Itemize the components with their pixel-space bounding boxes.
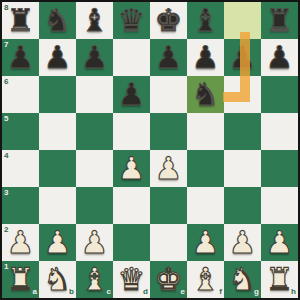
square-c4[interactable]	[76, 150, 113, 187]
white-pawn-d4[interactable]: ♟	[118, 153, 146, 184]
square-a3[interactable]: 3	[2, 187, 39, 224]
square-d5[interactable]	[113, 113, 150, 150]
white-pawn-a2[interactable]: ♟	[7, 227, 35, 258]
square-a8[interactable]: 8♜	[2, 2, 39, 39]
square-e2[interactable]	[150, 224, 187, 261]
file-label-f: f	[219, 288, 222, 296]
black-pawn-f7[interactable]: ♟	[192, 42, 220, 73]
black-pawn-g7[interactable]: ♟	[229, 42, 257, 73]
square-g8[interactable]	[224, 2, 261, 39]
white-pawn-b2[interactable]: ♟	[44, 227, 72, 258]
square-g7[interactable]: ♟	[224, 39, 261, 76]
square-c2[interactable]: ♟	[76, 224, 113, 261]
square-f4[interactable]	[187, 150, 224, 187]
rank-label-5: 5	[4, 115, 8, 123]
black-queen-d8[interactable]: ♛	[118, 5, 146, 36]
square-f2[interactable]: ♟	[187, 224, 224, 261]
black-bishop-c8[interactable]: ♝	[81, 5, 109, 36]
square-d4[interactable]: ♟	[113, 150, 150, 187]
black-rook-a8[interactable]: ♜	[7, 5, 35, 36]
rank-label-3: 3	[4, 189, 8, 197]
square-e4[interactable]: ♟	[150, 150, 187, 187]
white-pawn-f2[interactable]: ♟	[192, 227, 220, 258]
square-f7[interactable]: ♟	[187, 39, 224, 76]
white-bishop-f1[interactable]: ♝	[192, 264, 220, 295]
white-queen-d1[interactable]: ♛	[118, 264, 146, 295]
file-label-b: b	[69, 288, 74, 296]
square-b5[interactable]	[39, 113, 76, 150]
square-a6[interactable]: 6	[2, 76, 39, 113]
square-h2[interactable]: ♟	[261, 224, 298, 261]
square-h8[interactable]: ♜	[261, 2, 298, 39]
white-pawn-g2[interactable]: ♟	[229, 227, 257, 258]
square-g6[interactable]	[224, 76, 261, 113]
square-h5[interactable]	[261, 113, 298, 150]
square-c1[interactable]: c♝	[76, 261, 113, 298]
black-pawn-b7[interactable]: ♟	[44, 42, 72, 73]
square-a1[interactable]: 1a♜	[2, 261, 39, 298]
square-d7[interactable]	[113, 39, 150, 76]
file-label-d: d	[143, 288, 148, 296]
black-rook-h8[interactable]: ♜	[266, 5, 294, 36]
white-bishop-c1[interactable]: ♝	[81, 264, 109, 295]
square-c3[interactable]	[76, 187, 113, 224]
square-c7[interactable]: ♟	[76, 39, 113, 76]
square-a7[interactable]: 7♟	[2, 39, 39, 76]
square-g2[interactable]: ♟	[224, 224, 261, 261]
black-pawn-d6[interactable]: ♟	[118, 79, 146, 110]
square-c5[interactable]	[76, 113, 113, 150]
black-knight-f6[interactable]: ♞	[192, 79, 220, 110]
white-pawn-e4[interactable]: ♟	[155, 153, 183, 184]
square-f6[interactable]: ♞	[187, 76, 224, 113]
square-a2[interactable]: 2♟	[2, 224, 39, 261]
black-bishop-f8[interactable]: ♝	[192, 5, 220, 36]
square-e1[interactable]: e♚	[150, 261, 187, 298]
file-label-h: h	[291, 288, 296, 296]
square-d1[interactable]: d♛	[113, 261, 150, 298]
white-king-e1[interactable]: ♚	[155, 264, 183, 295]
square-b1[interactable]: b♞	[39, 261, 76, 298]
square-e8[interactable]: ♚	[150, 2, 187, 39]
square-b2[interactable]: ♟	[39, 224, 76, 261]
square-a5[interactable]: 5	[2, 113, 39, 150]
chess-board: 8♜♞♝♛♚♝♜7♟♟♟♟♟♟♟6♟♞54♟♟32♟♟♟♟♟♟1a♜b♞c♝d♛…	[0, 0, 300, 300]
square-b8[interactable]: ♞	[39, 2, 76, 39]
white-knight-b1[interactable]: ♞	[44, 264, 72, 295]
square-a4[interactable]: 4	[2, 150, 39, 187]
file-label-c: c	[107, 288, 111, 296]
square-f5[interactable]	[187, 113, 224, 150]
square-f1[interactable]: f♝	[187, 261, 224, 298]
white-pawn-c2[interactable]: ♟	[81, 227, 109, 258]
square-b4[interactable]	[39, 150, 76, 187]
rank-label-7: 7	[4, 41, 8, 49]
square-g1[interactable]: g♞	[224, 261, 261, 298]
square-g4[interactable]	[224, 150, 261, 187]
square-h6[interactable]	[261, 76, 298, 113]
rank-label-1: 1	[4, 263, 8, 271]
rank-label-8: 8	[4, 4, 8, 12]
square-d6[interactable]: ♟	[113, 76, 150, 113]
square-e5[interactable]	[150, 113, 187, 150]
rank-label-2: 2	[4, 226, 8, 234]
black-king-e8[interactable]: ♚	[155, 5, 183, 36]
black-pawn-c7[interactable]: ♟	[81, 42, 109, 73]
square-h3[interactable]	[261, 187, 298, 224]
square-f3[interactable]	[187, 187, 224, 224]
square-e7[interactable]: ♟	[150, 39, 187, 76]
square-f8[interactable]: ♝	[187, 2, 224, 39]
white-pawn-h2[interactable]: ♟	[266, 227, 294, 258]
square-b7[interactable]: ♟	[39, 39, 76, 76]
square-e6[interactable]	[150, 76, 187, 113]
square-b6[interactable]	[39, 76, 76, 113]
white-knight-g1[interactable]: ♞	[229, 264, 257, 295]
rank-label-6: 6	[4, 78, 8, 86]
square-c6[interactable]	[76, 76, 113, 113]
file-label-g: g	[254, 288, 259, 296]
white-rook-a1[interactable]: ♜	[7, 264, 35, 295]
file-label-a: a	[33, 288, 37, 296]
black-pawn-e7[interactable]: ♟	[155, 42, 183, 73]
file-label-e: e	[181, 288, 185, 296]
black-knight-b8[interactable]: ♞	[44, 5, 72, 36]
square-d3[interactable]	[113, 187, 150, 224]
square-b3[interactable]	[39, 187, 76, 224]
square-d2[interactable]	[113, 224, 150, 261]
black-pawn-a7[interactable]: ♟	[7, 42, 35, 73]
square-g3[interactable]	[224, 187, 261, 224]
square-h1[interactable]: h♜	[261, 261, 298, 298]
square-g5[interactable]	[224, 113, 261, 150]
square-h4[interactable]	[261, 150, 298, 187]
square-c8[interactable]: ♝	[76, 2, 113, 39]
white-rook-h1[interactable]: ♜	[266, 264, 294, 295]
square-e3[interactable]	[150, 187, 187, 224]
square-h7[interactable]: ♟	[261, 39, 298, 76]
black-pawn-h7[interactable]: ♟	[266, 42, 294, 73]
rank-label-4: 4	[4, 152, 8, 160]
square-d8[interactable]: ♛	[113, 2, 150, 39]
